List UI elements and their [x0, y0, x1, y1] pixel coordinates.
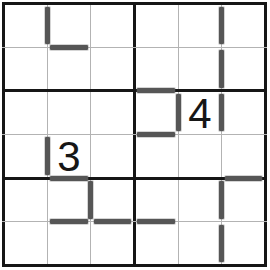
- cell-r5c1[interactable]: [6, 180, 46, 220]
- wall-horizontal-r3c4[interactable]: [137, 132, 175, 137]
- cell-r2c6[interactable]: [224, 49, 264, 89]
- cell-r4c3[interactable]: [93, 136, 133, 176]
- wall-vertical-r3c5[interactable]: [219, 94, 224, 132]
- clue-digit: 3: [57, 134, 80, 178]
- cell-r2c4[interactable]: [136, 49, 176, 89]
- cell-r4c2[interactable]: 3: [49, 136, 89, 176]
- thin-gridline-horizontal: [2, 221, 267, 222]
- cell-r6c3[interactable]: [93, 224, 133, 264]
- cell-r5c5[interactable]: [180, 180, 220, 220]
- cell-r6c4[interactable]: [136, 224, 176, 264]
- cell-r4c6[interactable]: [224, 136, 264, 176]
- cell-r6c2[interactable]: [49, 224, 89, 264]
- cell-r1c3[interactable]: [93, 6, 133, 46]
- wall-vertical-r5c5[interactable]: [219, 181, 224, 219]
- wall-vertical-r1c1[interactable]: [45, 7, 50, 45]
- cell-r2c2[interactable]: [49, 49, 89, 89]
- wall-vertical-r6c5[interactable]: [219, 225, 224, 263]
- box-gridline-horizontal: [2, 264, 267, 267]
- wall-horizontal-r1c2[interactable]: [50, 45, 88, 50]
- cell-r3c2[interactable]: [49, 93, 89, 133]
- wall-vertical-r5c2[interactable]: [88, 181, 93, 219]
- cell-r1c4[interactable]: [136, 6, 176, 46]
- wall-horizontal-r5c4[interactable]: [137, 219, 175, 224]
- cell-r2c5[interactable]: [180, 49, 220, 89]
- puzzle-board: 43: [0, 0, 270, 270]
- cell-r1c1[interactable]: [6, 6, 46, 46]
- wall-vertical-r4c1[interactable]: [45, 137, 50, 175]
- cell-r3c1[interactable]: [6, 93, 46, 133]
- cell-r4c1[interactable]: [6, 136, 46, 176]
- cell-r4c5[interactable]: [180, 136, 220, 176]
- cell-r3c5[interactable]: 4: [180, 93, 220, 133]
- thin-gridline-horizontal: [2, 134, 267, 135]
- cell-r5c6[interactable]: [224, 180, 264, 220]
- cell-r4c4[interactable]: [136, 136, 176, 176]
- wall-horizontal-r2c4[interactable]: [137, 88, 175, 93]
- cell-r1c2[interactable]: [49, 6, 89, 46]
- cell-r6c1[interactable]: [6, 224, 46, 264]
- cell-r5c4[interactable]: [136, 180, 176, 220]
- cell-r1c6[interactable]: [224, 6, 264, 46]
- wall-horizontal-r4c2[interactable]: [50, 176, 88, 181]
- wall-horizontal-r5c3[interactable]: [94, 219, 132, 224]
- cell-r3c3[interactable]: [93, 93, 133, 133]
- puzzle-screenshot: 43: [0, 0, 270, 270]
- cell-r2c1[interactable]: [6, 49, 46, 89]
- wall-vertical-r1c5[interactable]: [219, 7, 224, 45]
- wall-vertical-r3c4[interactable]: [176, 94, 181, 132]
- clue-digit: 4: [188, 91, 211, 135]
- cell-r5c3[interactable]: [93, 180, 133, 220]
- cell-r6c6[interactable]: [224, 224, 264, 264]
- wall-horizontal-r4c6[interactable]: [225, 176, 263, 181]
- cell-r3c6[interactable]: [224, 93, 264, 133]
- thin-gridline-horizontal: [2, 47, 267, 48]
- cell-r1c5[interactable]: [180, 6, 220, 46]
- cell-r3c4[interactable]: [136, 93, 176, 133]
- wall-vertical-r2c5[interactable]: [219, 50, 224, 88]
- cell-r5c2[interactable]: [49, 180, 89, 220]
- cell-r6c5[interactable]: [180, 224, 220, 264]
- wall-horizontal-r5c2[interactable]: [50, 219, 88, 224]
- cell-r2c3[interactable]: [93, 49, 133, 89]
